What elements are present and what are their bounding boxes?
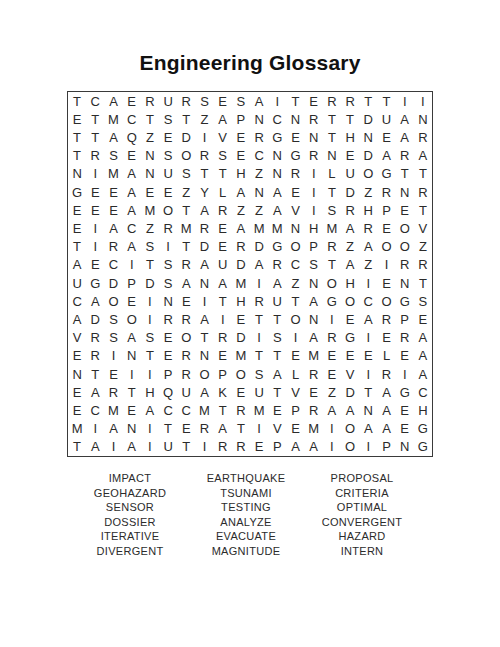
grid-cell[interactable]: E bbox=[214, 238, 232, 256]
grid-cell[interactable]: C bbox=[104, 256, 122, 274]
grid-cell[interactable]: A bbox=[86, 292, 104, 310]
grid-cell[interactable]: O bbox=[104, 292, 122, 310]
grid-cell[interactable]: O bbox=[341, 420, 359, 438]
grid-cell[interactable]: N bbox=[141, 165, 159, 183]
grid-cell[interactable]: A bbox=[214, 274, 232, 292]
grid-cell[interactable]: R bbox=[214, 201, 232, 219]
grid-cell[interactable]: A bbox=[104, 219, 122, 237]
grid-cell[interactable]: H bbox=[232, 165, 250, 183]
grid-cell[interactable]: O bbox=[123, 310, 141, 328]
grid-cell[interactable]: I bbox=[104, 438, 122, 456]
grid-cell[interactable]: G bbox=[268, 128, 286, 146]
grid-cell[interactable]: N bbox=[286, 219, 304, 237]
grid-cell[interactable]: I bbox=[141, 365, 159, 383]
grid-cell[interactable]: E bbox=[159, 347, 177, 365]
grid-cell[interactable]: G bbox=[396, 383, 414, 401]
grid-cell[interactable]: V bbox=[414, 219, 432, 237]
grid-cell[interactable]: N bbox=[396, 183, 414, 201]
grid-cell[interactable]: T bbox=[177, 110, 195, 128]
grid-cell[interactable]: N bbox=[396, 438, 414, 456]
grid-cell[interactable]: E bbox=[159, 128, 177, 146]
grid-cell[interactable]: A bbox=[123, 165, 141, 183]
grid-cell[interactable]: H bbox=[341, 128, 359, 146]
grid-cell[interactable]: R bbox=[195, 147, 213, 165]
grid-cell[interactable]: A bbox=[214, 420, 232, 438]
grid-cell[interactable]: O bbox=[177, 147, 195, 165]
grid-cell[interactable]: I bbox=[195, 292, 213, 310]
grid-cell[interactable]: G bbox=[323, 292, 341, 310]
grid-cell[interactable]: R bbox=[232, 238, 250, 256]
grid-cell[interactable]: R bbox=[305, 401, 323, 419]
grid-cell[interactable]: I bbox=[323, 438, 341, 456]
grid-cell[interactable]: R bbox=[86, 147, 104, 165]
grid-cell[interactable]: E bbox=[159, 329, 177, 347]
grid-cell[interactable]: G bbox=[414, 420, 432, 438]
grid-cell[interactable]: N bbox=[195, 347, 213, 365]
grid-cell[interactable]: E bbox=[377, 128, 395, 146]
grid-cell[interactable]: T bbox=[141, 110, 159, 128]
grid-cell[interactable]: I bbox=[141, 310, 159, 328]
grid-cell[interactable]: M bbox=[323, 219, 341, 237]
grid-cell[interactable]: C bbox=[359, 292, 377, 310]
grid-cell[interactable]: H bbox=[359, 201, 377, 219]
grid-cell[interactable]: A bbox=[123, 438, 141, 456]
grid-cell[interactable]: E bbox=[86, 201, 104, 219]
grid-cell[interactable]: R bbox=[177, 347, 195, 365]
grid-cell[interactable]: L bbox=[214, 183, 232, 201]
grid-cell[interactable]: V bbox=[286, 201, 304, 219]
grid-cell[interactable]: P bbox=[123, 274, 141, 292]
grid-cell[interactable]: N bbox=[359, 401, 377, 419]
grid-cell[interactable]: Q bbox=[123, 128, 141, 146]
grid-cell[interactable]: A bbox=[414, 365, 432, 383]
grid-cell[interactable]: I bbox=[359, 365, 377, 383]
grid-cell[interactable]: V bbox=[68, 329, 86, 347]
grid-cell[interactable]: N bbox=[268, 165, 286, 183]
grid-cell[interactable]: P bbox=[159, 365, 177, 383]
grid-cell[interactable]: M bbox=[141, 201, 159, 219]
grid-cell[interactable]: Q bbox=[159, 383, 177, 401]
grid-cell[interactable]: A bbox=[195, 310, 213, 328]
grid-cell[interactable]: E bbox=[141, 183, 159, 201]
grid-cell[interactable]: I bbox=[250, 274, 268, 292]
grid-cell[interactable]: R bbox=[377, 310, 395, 328]
grid-cell[interactable]: E bbox=[232, 147, 250, 165]
grid-cell[interactable]: A bbox=[359, 420, 377, 438]
grid-cell[interactable]: E bbox=[68, 201, 86, 219]
grid-cell[interactable]: L bbox=[286, 365, 304, 383]
grid-cell[interactable]: O bbox=[232, 365, 250, 383]
grid-cell[interactable]: R bbox=[177, 256, 195, 274]
grid-cell[interactable]: Z bbox=[177, 183, 195, 201]
grid-cell[interactable]: R bbox=[323, 329, 341, 347]
grid-cell[interactable]: T bbox=[177, 438, 195, 456]
grid-cell[interactable]: D bbox=[359, 110, 377, 128]
grid-cell[interactable]: E bbox=[341, 347, 359, 365]
grid-cell[interactable]: N bbox=[305, 128, 323, 146]
grid-cell[interactable]: I bbox=[141, 420, 159, 438]
grid-cell[interactable]: U bbox=[159, 438, 177, 456]
grid-cell[interactable]: A bbox=[396, 128, 414, 146]
grid-cell[interactable]: D bbox=[359, 147, 377, 165]
grid-cell[interactable]: S bbox=[159, 110, 177, 128]
grid-cell[interactable]: I bbox=[323, 420, 341, 438]
grid-cell[interactable]: Z bbox=[141, 219, 159, 237]
grid-cell[interactable]: D bbox=[86, 310, 104, 328]
grid-cell[interactable]: A bbox=[414, 147, 432, 165]
grid-cell[interactable]: E bbox=[396, 347, 414, 365]
grid-cell[interactable]: P bbox=[286, 401, 304, 419]
grid-cell[interactable]: T bbox=[159, 420, 177, 438]
grid-cell[interactable]: A bbox=[323, 401, 341, 419]
grid-cell[interactable]: O bbox=[377, 238, 395, 256]
grid-cell[interactable]: I bbox=[305, 165, 323, 183]
grid-cell[interactable]: S bbox=[214, 147, 232, 165]
grid-cell[interactable]: N bbox=[250, 110, 268, 128]
grid-cell[interactable]: H bbox=[232, 292, 250, 310]
grid-cell[interactable]: C bbox=[86, 92, 104, 110]
grid-cell[interactable]: R bbox=[414, 128, 432, 146]
grid-cell[interactable]: R bbox=[214, 329, 232, 347]
grid-cell[interactable]: A bbox=[377, 401, 395, 419]
grid-cell[interactable]: D bbox=[341, 383, 359, 401]
grid-cell[interactable]: C bbox=[286, 256, 304, 274]
grid-cell[interactable]: M bbox=[305, 420, 323, 438]
grid-cell[interactable]: T bbox=[68, 238, 86, 256]
grid-cell[interactable]: T bbox=[86, 128, 104, 146]
grid-cell[interactable]: R bbox=[177, 92, 195, 110]
grid-cell[interactable]: C bbox=[414, 383, 432, 401]
grid-cell[interactable]: E bbox=[68, 110, 86, 128]
grid-cell[interactable]: S bbox=[250, 365, 268, 383]
grid-cell[interactable]: S bbox=[104, 147, 122, 165]
grid-cell[interactable]: A bbox=[232, 183, 250, 201]
grid-cell[interactable]: E bbox=[414, 310, 432, 328]
grid-cell[interactable]: O bbox=[195, 365, 213, 383]
grid-cell[interactable]: Z bbox=[341, 238, 359, 256]
grid-cell[interactable]: A bbox=[377, 420, 395, 438]
grid-cell[interactable]: S bbox=[305, 256, 323, 274]
grid-cell[interactable]: Z bbox=[195, 110, 213, 128]
grid-cell[interactable]: U bbox=[159, 92, 177, 110]
grid-cell[interactable]: A bbox=[177, 274, 195, 292]
grid-cell[interactable]: A bbox=[268, 183, 286, 201]
grid-cell[interactable]: N bbox=[268, 147, 286, 165]
grid-cell[interactable]: I bbox=[195, 438, 213, 456]
grid-cell[interactable]: I bbox=[86, 238, 104, 256]
grid-cell[interactable]: A bbox=[286, 438, 304, 456]
grid-cell[interactable]: I bbox=[305, 183, 323, 201]
grid-cell[interactable]: R bbox=[377, 365, 395, 383]
grid-cell[interactable]: E bbox=[323, 347, 341, 365]
grid-cell[interactable]: R bbox=[177, 310, 195, 328]
grid-cell[interactable]: R bbox=[86, 329, 104, 347]
grid-cell[interactable]: A bbox=[123, 329, 141, 347]
grid-cell[interactable]: T bbox=[232, 420, 250, 438]
grid-cell[interactable]: A bbox=[250, 92, 268, 110]
grid-cell[interactable]: G bbox=[341, 329, 359, 347]
grid-cell[interactable]: T bbox=[250, 310, 268, 328]
grid-cell[interactable]: U bbox=[341, 165, 359, 183]
grid-cell[interactable]: Z bbox=[141, 128, 159, 146]
grid-cell[interactable]: M bbox=[250, 401, 268, 419]
grid-cell[interactable]: K bbox=[214, 383, 232, 401]
grid-cell[interactable]: I bbox=[141, 438, 159, 456]
grid-cell[interactable]: E bbox=[341, 310, 359, 328]
grid-cell[interactable]: M bbox=[104, 165, 122, 183]
grid-cell[interactable]: T bbox=[323, 110, 341, 128]
grid-cell[interactable]: I bbox=[123, 365, 141, 383]
grid-cell[interactable]: Z bbox=[286, 274, 304, 292]
grid-cell[interactable]: A bbox=[104, 128, 122, 146]
grid-cell[interactable]: T bbox=[68, 147, 86, 165]
grid-cell[interactable]: Z bbox=[323, 383, 341, 401]
grid-cell[interactable]: A bbox=[305, 438, 323, 456]
grid-cell[interactable]: S bbox=[141, 238, 159, 256]
grid-cell[interactable]: S bbox=[159, 147, 177, 165]
grid-cell[interactable]: O bbox=[177, 329, 195, 347]
grid-cell[interactable]: O bbox=[341, 438, 359, 456]
grid-cell[interactable]: E bbox=[104, 183, 122, 201]
grid-cell[interactable]: I bbox=[250, 329, 268, 347]
grid-cell[interactable]: E bbox=[104, 365, 122, 383]
grid-cell[interactable]: E bbox=[86, 256, 104, 274]
grid-cell[interactable]: A bbox=[104, 420, 122, 438]
grid-cell[interactable]: E bbox=[104, 201, 122, 219]
grid-cell[interactable]: R bbox=[341, 201, 359, 219]
grid-cell[interactable]: Z bbox=[232, 201, 250, 219]
grid-cell[interactable]: R bbox=[305, 147, 323, 165]
grid-cell[interactable]: P bbox=[232, 110, 250, 128]
grid-cell[interactable]: T bbox=[414, 201, 432, 219]
grid-cell[interactable]: O bbox=[377, 292, 395, 310]
grid-cell[interactable]: R bbox=[414, 256, 432, 274]
grid-cell[interactable]: E bbox=[305, 92, 323, 110]
grid-cell[interactable]: S bbox=[104, 310, 122, 328]
grid-cell[interactable]: R bbox=[396, 329, 414, 347]
grid-cell[interactable]: A bbox=[195, 256, 213, 274]
grid-cell[interactable]: E bbox=[123, 92, 141, 110]
grid-cell[interactable]: D bbox=[341, 183, 359, 201]
grid-cell[interactable]: R bbox=[232, 438, 250, 456]
grid-cell[interactable]: T bbox=[86, 110, 104, 128]
grid-cell[interactable]: N bbox=[123, 420, 141, 438]
grid-cell[interactable]: E bbox=[214, 92, 232, 110]
grid-cell[interactable]: M bbox=[177, 219, 195, 237]
grid-cell[interactable]: I bbox=[86, 420, 104, 438]
grid-cell[interactable]: R bbox=[396, 147, 414, 165]
grid-cell[interactable]: P bbox=[214, 365, 232, 383]
grid-cell[interactable]: I bbox=[359, 329, 377, 347]
grid-cell[interactable]: I bbox=[141, 292, 159, 310]
grid-cell[interactable]: S bbox=[159, 274, 177, 292]
grid-cell[interactable]: T bbox=[123, 383, 141, 401]
grid-cell[interactable]: U bbox=[177, 383, 195, 401]
grid-cell[interactable]: T bbox=[177, 238, 195, 256]
grid-cell[interactable]: C bbox=[268, 110, 286, 128]
grid-cell[interactable]: O bbox=[286, 310, 304, 328]
grid-cell[interactable]: R bbox=[159, 219, 177, 237]
grid-cell[interactable]: P bbox=[305, 238, 323, 256]
grid-cell[interactable]: R bbox=[323, 238, 341, 256]
grid-cell[interactable]: E bbox=[123, 401, 141, 419]
grid-cell[interactable]: R bbox=[377, 183, 395, 201]
grid-cell[interactable]: I bbox=[377, 256, 395, 274]
grid-cell[interactable]: G bbox=[414, 438, 432, 456]
grid-cell[interactable]: H bbox=[414, 401, 432, 419]
grid-cell[interactable]: E bbox=[286, 420, 304, 438]
grid-cell[interactable]: A bbox=[377, 147, 395, 165]
grid-cell[interactable]: A bbox=[341, 256, 359, 274]
grid-cell[interactable]: I bbox=[214, 310, 232, 328]
grid-cell[interactable]: T bbox=[68, 92, 86, 110]
grid-cell[interactable]: C bbox=[123, 110, 141, 128]
grid-cell[interactable]: T bbox=[250, 347, 268, 365]
grid-cell[interactable]: G bbox=[68, 183, 86, 201]
grid-cell[interactable]: A bbox=[268, 201, 286, 219]
grid-cell[interactable]: R bbox=[323, 92, 341, 110]
grid-cell[interactable]: E bbox=[396, 201, 414, 219]
grid-cell[interactable]: M bbox=[305, 347, 323, 365]
grid-cell[interactable]: T bbox=[86, 365, 104, 383]
grid-cell[interactable]: E bbox=[214, 347, 232, 365]
grid-cell[interactable]: D bbox=[232, 329, 250, 347]
grid-cell[interactable]: T bbox=[214, 401, 232, 419]
grid-cell[interactable]: C bbox=[86, 401, 104, 419]
grid-cell[interactable]: N bbox=[305, 274, 323, 292]
grid-cell[interactable]: P bbox=[268, 438, 286, 456]
grid-cell[interactable]: N bbox=[250, 183, 268, 201]
grid-cell[interactable]: C bbox=[250, 147, 268, 165]
grid-cell[interactable]: T bbox=[141, 256, 159, 274]
grid-cell[interactable]: U bbox=[214, 256, 232, 274]
grid-cell[interactable]: A bbox=[250, 256, 268, 274]
grid-cell[interactable]: V bbox=[214, 128, 232, 146]
grid-cell[interactable]: E bbox=[396, 420, 414, 438]
grid-cell[interactable]: M bbox=[232, 347, 250, 365]
grid-cell[interactable]: M bbox=[232, 274, 250, 292]
grid-cell[interactable]: E bbox=[286, 183, 304, 201]
grid-cell[interactable]: E bbox=[341, 147, 359, 165]
grid-cell[interactable]: D bbox=[104, 274, 122, 292]
grid-cell[interactable]: R bbox=[250, 292, 268, 310]
grid-cell[interactable]: M bbox=[195, 401, 213, 419]
grid-cell[interactable]: N bbox=[396, 274, 414, 292]
grid-cell[interactable]: N bbox=[123, 347, 141, 365]
grid-cell[interactable]: E bbox=[214, 219, 232, 237]
grid-cell[interactable]: Z bbox=[414, 238, 432, 256]
grid-cell[interactable]: G bbox=[377, 165, 395, 183]
grid-cell[interactable]: M bbox=[268, 219, 286, 237]
grid-cell[interactable]: T bbox=[341, 110, 359, 128]
grid-cell[interactable]: T bbox=[323, 256, 341, 274]
grid-cell[interactable]: D bbox=[250, 238, 268, 256]
grid-cell[interactable]: A bbox=[214, 110, 232, 128]
grid-cell[interactable]: R bbox=[141, 92, 159, 110]
grid-cell[interactable]: T bbox=[268, 347, 286, 365]
grid-cell[interactable]: T bbox=[323, 128, 341, 146]
grid-cell[interactable]: C bbox=[68, 292, 86, 310]
grid-cell[interactable]: P bbox=[377, 201, 395, 219]
grid-cell[interactable]: E bbox=[68, 401, 86, 419]
grid-cell[interactable]: E bbox=[177, 292, 195, 310]
grid-cell[interactable]: I bbox=[414, 92, 432, 110]
grid-cell[interactable]: A bbox=[268, 274, 286, 292]
grid-cell[interactable]: A bbox=[341, 401, 359, 419]
grid-cell[interactable]: S bbox=[104, 329, 122, 347]
grid-cell[interactable]: E bbox=[68, 219, 86, 237]
grid-cell[interactable]: M bbox=[104, 401, 122, 419]
grid-cell[interactable]: T bbox=[414, 274, 432, 292]
grid-cell[interactable]: I bbox=[159, 238, 177, 256]
grid-cell[interactable]: R bbox=[104, 238, 122, 256]
grid-cell[interactable]: N bbox=[68, 365, 86, 383]
grid-cell[interactable]: T bbox=[195, 329, 213, 347]
grid-cell[interactable]: O bbox=[396, 219, 414, 237]
grid-cell[interactable]: E bbox=[123, 292, 141, 310]
grid-cell[interactable]: C bbox=[177, 401, 195, 419]
grid-cell[interactable]: A bbox=[68, 256, 86, 274]
grid-cell[interactable]: R bbox=[86, 347, 104, 365]
grid-cell[interactable]: Z bbox=[250, 201, 268, 219]
grid-cell[interactable]: N bbox=[141, 147, 159, 165]
grid-cell[interactable]: E bbox=[250, 438, 268, 456]
grid-cell[interactable]: T bbox=[268, 383, 286, 401]
grid-cell[interactable]: T bbox=[177, 201, 195, 219]
grid-cell[interactable]: T bbox=[323, 183, 341, 201]
grid-cell[interactable]: T bbox=[141, 347, 159, 365]
grid-cell[interactable]: T bbox=[286, 292, 304, 310]
grid-cell[interactable]: U bbox=[268, 292, 286, 310]
grid-cell[interactable]: E bbox=[232, 128, 250, 146]
grid-cell[interactable]: S bbox=[195, 92, 213, 110]
grid-cell[interactable]: G bbox=[396, 292, 414, 310]
grid-cell[interactable]: I bbox=[104, 347, 122, 365]
grid-cell[interactable]: A bbox=[377, 383, 395, 401]
grid-cell[interactable]: D bbox=[177, 128, 195, 146]
grid-cell[interactable]: T bbox=[359, 383, 377, 401]
grid-cell[interactable]: A bbox=[414, 347, 432, 365]
grid-cell[interactable]: N bbox=[414, 110, 432, 128]
grid-cell[interactable]: D bbox=[232, 256, 250, 274]
grid-cell[interactable]: S bbox=[323, 201, 341, 219]
grid-cell[interactable]: A bbox=[86, 438, 104, 456]
grid-cell[interactable]: N bbox=[359, 128, 377, 146]
grid-cell[interactable]: M bbox=[104, 110, 122, 128]
grid-cell[interactable]: S bbox=[159, 256, 177, 274]
grid-cell[interactable]: N bbox=[286, 110, 304, 128]
grid-cell[interactable]: A bbox=[123, 183, 141, 201]
grid-cell[interactable]: R bbox=[214, 438, 232, 456]
grid-cell[interactable]: I bbox=[123, 256, 141, 274]
grid-cell[interactable]: R bbox=[232, 401, 250, 419]
grid-cell[interactable]: T bbox=[286, 92, 304, 110]
grid-cell[interactable]: E bbox=[323, 365, 341, 383]
grid-cell[interactable]: T bbox=[268, 310, 286, 328]
grid-cell[interactable]: S bbox=[414, 292, 432, 310]
grid-cell[interactable]: O bbox=[396, 238, 414, 256]
grid-cell[interactable]: Z bbox=[359, 183, 377, 201]
grid-cell[interactable]: A bbox=[141, 401, 159, 419]
grid-cell[interactable]: R bbox=[286, 165, 304, 183]
grid-cell[interactable]: N bbox=[195, 274, 213, 292]
grid-cell[interactable]: M bbox=[250, 219, 268, 237]
grid-cell[interactable]: I bbox=[359, 438, 377, 456]
grid-cell[interactable]: R bbox=[396, 256, 414, 274]
grid-cell[interactable]: L bbox=[323, 165, 341, 183]
grid-cell[interactable]: S bbox=[141, 329, 159, 347]
grid-cell[interactable]: E bbox=[123, 147, 141, 165]
